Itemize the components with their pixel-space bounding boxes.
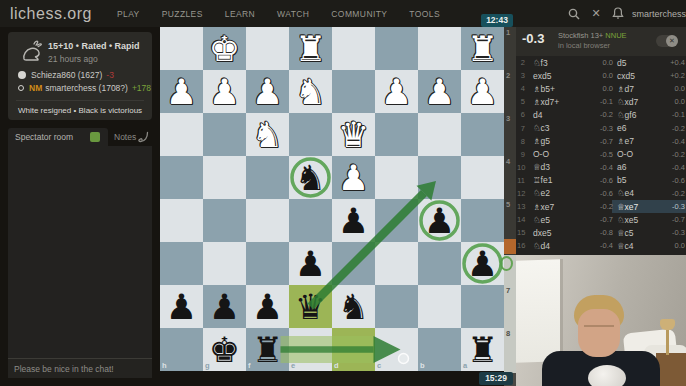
square-g2[interactable]: ♟: [203, 70, 246, 113]
move-row-6: 6d4-0.2♘gf6-0.1: [516, 108, 686, 121]
black-title: NM: [29, 83, 42, 93]
file-label-f: f: [248, 361, 251, 370]
tab-notes[interactable]: Notes: [114, 132, 136, 142]
white-pawn: ♟: [418, 70, 461, 113]
black-color-icon: [18, 85, 24, 91]
move-number: 9: [517, 150, 525, 159]
black-eval: -0.7: [663, 215, 685, 224]
square-e6[interactable]: ♟: [289, 242, 332, 285]
move-number: 14: [517, 215, 525, 224]
nav-item-tools[interactable]: TOOLS: [398, 9, 451, 19]
square-g3[interactable]: [203, 113, 246, 156]
square-e8[interactable]: e: [289, 328, 332, 371]
move-row-8: 8♗g5-0.7♗e7-0.4: [516, 135, 686, 148]
move-number: 16: [517, 241, 525, 250]
tab-spectator-label: Spectator room: [15, 132, 73, 142]
chat-toggle[interactable]: [90, 132, 100, 142]
white-eval: -0.2: [579, 110, 613, 119]
game-result: White resigned • Black is victorious: [8, 106, 152, 115]
black-eval: +0.4: [663, 58, 685, 67]
black-eval: +0.2: [663, 71, 685, 80]
bell-icon[interactable]: [607, 7, 629, 20]
black-move[interactable]: ♘xd7: [617, 97, 663, 107]
move-row-16: 16♘d4-0.4♕c40.0: [516, 239, 686, 252]
white-move[interactable]: ♘e5: [533, 215, 579, 225]
black-move[interactable]: ♗e7: [617, 136, 663, 146]
black-pawn: ♟: [418, 199, 461, 242]
move-number: 15: [517, 228, 525, 237]
file-label-a: a: [463, 361, 467, 370]
file-label-h: h: [162, 361, 167, 370]
white-move[interactable]: ♘c3: [533, 123, 579, 133]
square-f1[interactable]: [246, 27, 289, 70]
move-row-12: 12♘e2-0.6♘e4-0.2: [516, 187, 686, 200]
move-row-10: 10♕d3-0.4a6-0.4: [516, 161, 686, 174]
strip-dark: [504, 27, 516, 255]
engine-header: -0.3 Stockfish 13+ NNUE in local browser…: [516, 27, 686, 56]
move-number: 2: [517, 58, 525, 67]
white-move[interactable]: ♕d3: [533, 162, 579, 172]
black-move[interactable]: ♕xe7: [617, 202, 663, 212]
move-row-7: 7♘c3-0.3e6-0.2: [516, 121, 686, 134]
square-g5[interactable]: [203, 199, 246, 242]
move-row-9: 9O-O-0.5O-O-0.2: [516, 148, 686, 161]
square-g4[interactable]: [203, 156, 246, 199]
white-eval: -0.4: [579, 241, 613, 250]
square-b1[interactable]: [418, 27, 461, 70]
white-move[interactable]: d4: [533, 110, 579, 120]
square-b4[interactable]: [418, 156, 461, 199]
black-pawn: ♟: [289, 242, 332, 285]
nav-item-community[interactable]: COMMUNITY: [320, 9, 398, 19]
white-eval: -0.7: [579, 215, 613, 224]
square-a7[interactable]: [461, 285, 504, 328]
black-eval: 0.0: [663, 84, 685, 93]
square-h6[interactable]: [160, 242, 203, 285]
rank-label-3: 3: [506, 114, 510, 123]
engine-name-text: Stockfish 13+: [558, 31, 603, 40]
white-move[interactable]: O-O: [533, 149, 579, 159]
white-eval: -0.6: [579, 176, 613, 185]
square-h7[interactable]: ♟: [160, 285, 203, 328]
square-f8[interactable]: f♜: [246, 328, 289, 371]
black-eval: -0.6: [663, 176, 685, 185]
black-player-name: smarterchess (1708?): [45, 83, 128, 93]
rank-label-5: 5: [506, 200, 510, 209]
square-f3[interactable]: ♞: [246, 113, 289, 156]
black-move[interactable]: ♘gf6: [617, 110, 663, 120]
black-move[interactable]: d5: [617, 58, 663, 68]
square-g7[interactable]: ♟: [203, 285, 246, 328]
square-a3[interactable]: [461, 113, 504, 156]
white-eval: -0.5: [579, 150, 613, 159]
square-d5[interactable]: ♟: [332, 199, 375, 242]
move-row-14: 14♘e5-0.7♘xe5-0.7: [516, 213, 686, 226]
square-f6[interactable]: [246, 242, 289, 285]
move-row-13: 13♗xe7-0.2♕xe7-0.3: [516, 200, 686, 213]
white-king: ♚: [203, 27, 246, 70]
microphone: [588, 365, 626, 386]
white-eval: -0.2: [579, 202, 613, 211]
black-eval: -0.1: [663, 110, 685, 119]
square-h4[interactable]: [160, 156, 203, 199]
square-e2[interactable]: ♞: [289, 70, 332, 113]
rank-label-1: 1: [506, 28, 510, 37]
white-rook: ♜: [289, 27, 332, 70]
white-pawn: ♟: [160, 70, 203, 113]
square-d4[interactable]: ♟: [332, 156, 375, 199]
square-e5[interactable]: [289, 199, 332, 242]
white-rating-delta: -3: [106, 70, 114, 80]
black-rook: ♜: [461, 328, 504, 371]
square-a6[interactable]: ♟: [461, 242, 504, 285]
white-queen: ♛: [332, 113, 375, 156]
white-move[interactable]: ♘e2: [533, 188, 579, 198]
rapid-rabbit-icon: [20, 40, 44, 64]
nightstand: [656, 353, 686, 386]
strip-orange-fragment: [504, 239, 516, 254]
square-h5[interactable]: [160, 199, 203, 242]
file-label-g: g: [205, 361, 210, 370]
white-move[interactable]: exd5: [533, 71, 579, 81]
square-b5[interactable]: ♟: [418, 199, 461, 242]
white-eval: -0.1: [579, 97, 613, 106]
file-label-d: d: [334, 361, 339, 370]
square-c7[interactable]: [375, 285, 418, 328]
square-a2[interactable]: ♟: [461, 70, 504, 113]
lamp: [666, 329, 669, 355]
move-row-5: 5♗xd7+-0.1♘xd70.0: [516, 95, 686, 108]
black-move[interactable]: ♕c5: [617, 228, 663, 238]
black-move[interactable]: a6: [617, 162, 663, 172]
strip-green-arc-fragment: [500, 256, 513, 271]
white-move[interactable]: ♘f3: [533, 58, 579, 68]
square-a8[interactable]: a♜: [461, 328, 504, 371]
chat-tabs: Spectator room Notes: [8, 128, 152, 146]
white-move[interactable]: ♖fe1: [533, 175, 579, 185]
black-eval: 0.0: [663, 241, 685, 250]
square-a4[interactable]: [461, 156, 504, 199]
black-move[interactable]: ♘e4: [617, 188, 663, 198]
white-clock: 12:43: [481, 14, 513, 27]
file-label-b: b: [420, 361, 425, 370]
white-eval: -0.6: [579, 189, 613, 198]
lichess-stream-page: lichess.org PLAY PUZZLES LEARN WATCH COM…: [0, 0, 686, 386]
square-f5[interactable]: [246, 199, 289, 242]
streamer-face: [578, 309, 620, 357]
square-h8[interactable]: h: [160, 328, 203, 371]
nav-item-play[interactable]: PLAY: [106, 9, 151, 19]
white-eval: 0.0: [579, 58, 613, 67]
move-number: 12: [517, 189, 525, 198]
white-pawn: ♟: [246, 70, 289, 113]
square-h2[interactable]: ♟: [160, 70, 203, 113]
game-date: 21 hours ago: [48, 54, 98, 64]
black-eval: -0.3: [663, 202, 685, 211]
square-e3[interactable]: [289, 113, 332, 156]
white-knight: ♞: [289, 70, 332, 113]
square-c6[interactable]: [375, 242, 418, 285]
white-pawn: ♟: [375, 70, 418, 113]
window: [516, 259, 560, 363]
square-d2[interactable]: [332, 70, 375, 113]
rank-label-8: 8: [506, 329, 510, 338]
nav-item-learn[interactable]: LEARN: [214, 9, 266, 19]
white-color-icon: [18, 71, 26, 79]
square-b2[interactable]: ♟: [418, 70, 461, 113]
square-g1[interactable]: ♚: [203, 27, 246, 70]
black-eval: -0.4: [663, 137, 685, 146]
nav-menu: PLAY PUZZLES LEARN WATCH COMMUNITY TOOLS: [106, 9, 451, 19]
rank-label-4: 4: [506, 157, 510, 166]
square-c8[interactable]: c: [375, 328, 418, 371]
square-b6[interactable]: [418, 242, 461, 285]
black-pawn: ♟: [332, 199, 375, 242]
black-knight: ♞: [289, 156, 332, 199]
strip-light: [504, 255, 516, 373]
move-number: 7: [517, 124, 525, 133]
white-move[interactable]: ♗xd7+: [533, 97, 579, 107]
tab-spectator-room[interactable]: Spectator room: [8, 128, 108, 146]
black-move[interactable]: ♕c4: [617, 241, 663, 251]
white-eval: -0.4: [579, 163, 613, 172]
square-c5[interactable]: [375, 199, 418, 242]
move-row-3: 3exd50.0cxd5+0.2: [516, 69, 686, 82]
square-e1[interactable]: ♜: [289, 27, 332, 70]
white-move[interactable]: ♗b5+: [533, 84, 579, 94]
board-edge-strip: 1234578: [504, 27, 516, 386]
white-move[interactable]: ♗xe7: [533, 202, 579, 212]
black-rating-delta: +178: [132, 83, 151, 93]
black-player-row[interactable]: NM smarterchess (1708?) +178: [18, 83, 151, 93]
black-eval: -0.4: [663, 163, 685, 172]
nav-item-watch[interactable]: WATCH: [266, 9, 320, 19]
nav-item-puzzles[interactable]: PUZZLES: [151, 9, 214, 19]
white-eval: -0.7: [579, 137, 613, 146]
black-pawn: ♟: [461, 242, 504, 285]
white-eval: 0.0: [579, 71, 613, 80]
file-label-c: c: [377, 361, 381, 370]
square-g6[interactable]: [203, 242, 246, 285]
time-control: 15+10 • Rated • Rapid: [48, 41, 140, 51]
black-move[interactable]: cxd5: [617, 71, 663, 81]
engine-location: in local browser: [558, 41, 610, 50]
square-h3[interactable]: [160, 113, 203, 156]
white-pawn: ♟: [203, 70, 246, 113]
phone-icon[interactable]: [137, 131, 149, 143]
white-move[interactable]: ♗g5: [533, 136, 579, 146]
square-c1[interactable]: [375, 27, 418, 70]
top-nav: lichess.org PLAY PUZZLES LEARN WATCH COM…: [0, 0, 686, 27]
black-pawn: ♟: [246, 285, 289, 328]
square-e4[interactable]: ♞: [289, 156, 332, 199]
black-move[interactable]: O-O: [617, 149, 663, 159]
square-a5[interactable]: [461, 199, 504, 242]
rank-label-7: 7: [506, 286, 510, 295]
chat-messages-area[interactable]: [8, 146, 152, 358]
move-row-11: 11♖fe1-0.6b5-0.6: [516, 174, 686, 187]
black-eval: -0.3: [663, 228, 685, 237]
black-eval: -0.2: [663, 189, 685, 198]
black-eval: -0.2: [663, 150, 685, 159]
black-eval: -0.2: [663, 124, 685, 133]
square-c3[interactable]: [375, 113, 418, 156]
engine-nnue-badge: NNUE: [605, 31, 626, 40]
move-number: 4: [517, 84, 525, 93]
white-rook: ♜: [461, 27, 504, 70]
black-clock: 15:29: [479, 372, 513, 385]
black-pawn: ♟: [160, 285, 203, 328]
square-h1[interactable]: [160, 27, 203, 70]
black-move[interactable]: ♗d7: [617, 84, 663, 94]
black-queen: ♛: [289, 285, 332, 328]
square-a1[interactable]: ♜: [461, 27, 504, 70]
black-move[interactable]: ♘xe5: [617, 215, 663, 225]
square-d6[interactable]: [332, 242, 375, 285]
square-f2[interactable]: ♟: [246, 70, 289, 113]
chess-board[interactable]: ♚♜♜♟♟♟♞♟♟♟♞♛♞♟♟♟♟♟♟♟♟♛♞hg♚f♜edcba♜: [160, 27, 504, 371]
close-icon[interactable]: ✕: [585, 7, 607, 20]
divider: [16, 100, 144, 101]
move-row-2: 2♘f30.0d5+0.4: [516, 56, 686, 69]
white-pawn: ♟: [461, 70, 504, 113]
streamer-brow: [584, 325, 614, 327]
move-number: 11: [517, 176, 525, 185]
move-number: 3: [517, 71, 525, 80]
lichess-logo[interactable]: lichess.org: [10, 5, 92, 23]
engine-toggle-knob: ✕: [666, 35, 678, 47]
move-list: 2♘f30.0d5+0.43exd50.0cxd5+0.24♗b5+0.0♗d7…: [516, 56, 686, 252]
move-number: 13: [517, 202, 525, 211]
square-f7[interactable]: ♟: [246, 285, 289, 328]
square-f4[interactable]: [246, 156, 289, 199]
black-pawn: ♟: [203, 285, 246, 328]
black-move[interactable]: e6: [617, 123, 663, 133]
square-e7[interactable]: ♛: [289, 285, 332, 328]
move-number: 10: [517, 163, 525, 172]
white-pawn: ♟: [332, 156, 375, 199]
nav-right: ✕ smarterchess: [563, 0, 686, 27]
square-d8[interactable]: d: [332, 328, 375, 371]
engine-eval: -0.3: [522, 31, 544, 46]
move-number: 6: [517, 110, 525, 119]
file-label-e: e: [291, 361, 295, 370]
white-player-row[interactable]: Schieza860 (1627) -3: [18, 70, 114, 80]
white-knight: ♞: [246, 113, 289, 156]
white-eval: -0.8: [579, 228, 613, 237]
square-c4[interactable]: [375, 156, 418, 199]
move-row-4: 4♗b5+0.0♗d70.0: [516, 82, 686, 95]
username[interactable]: smarterchess: [632, 9, 686, 19]
black-move[interactable]: b5: [617, 175, 663, 185]
move-number: 8: [517, 137, 525, 146]
engine-toggle[interactable]: ✕: [656, 35, 678, 47]
window-frame: [560, 259, 563, 363]
black-eval: 0.0: [663, 97, 685, 106]
square-d3[interactable]: ♛: [332, 113, 375, 156]
move-row-15: 15dxe5-0.8♕c5-0.3: [516, 226, 686, 239]
search-icon[interactable]: [563, 8, 585, 20]
square-d1[interactable]: [332, 27, 375, 70]
engine-name: Stockfish 13+ NNUE: [558, 31, 627, 40]
white-move[interactable]: dxe5: [533, 228, 579, 238]
webcam-feed: [516, 255, 686, 386]
square-c2[interactable]: ♟: [375, 70, 418, 113]
white-player-name: Schieza860 (1627): [31, 70, 102, 80]
game-info-box: 15+10 • Rated • Rapid 21 hours ago Schie…: [8, 32, 152, 120]
square-b8[interactable]: b: [418, 328, 461, 371]
white-move[interactable]: ♘d4: [533, 241, 579, 251]
move-number: 5: [517, 97, 525, 106]
rank-label-2: 2: [506, 71, 510, 80]
black-rook: ♜: [246, 328, 289, 371]
white-eval: -0.3: [579, 124, 613, 133]
lamp-shade: [660, 319, 675, 330]
chat-input[interactable]: Please be nice in the chat!: [8, 358, 152, 378]
square-d7[interactable]: ♞: [332, 285, 375, 328]
square-b7[interactable]: [418, 285, 461, 328]
square-b3[interactable]: [418, 113, 461, 156]
white-eval: 0.0: [579, 84, 613, 93]
black-knight: ♞: [332, 285, 375, 328]
square-g8[interactable]: g♚: [203, 328, 246, 371]
